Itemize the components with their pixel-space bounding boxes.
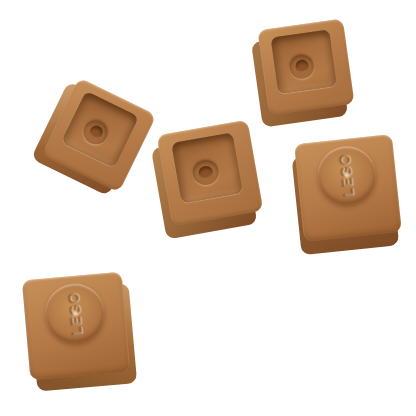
lego-plate-underside-3: [157, 120, 264, 227]
plate-center-tube: [80, 116, 113, 148]
lego-logo-embossed: LEGO: [336, 153, 356, 198]
lego-logo-embossed: LEGO: [65, 291, 85, 336]
lego-parts-product-photo: LEGO LEGO: [0, 0, 416, 416]
plate-top-face: LEGO: [294, 134, 402, 242]
plate-bottom-face: [257, 18, 354, 115]
plate-underside-recess: [171, 133, 243, 204]
lego-plate-stud-2: LEGO: [22, 272, 130, 380]
plate-stud: LEGO: [43, 281, 107, 345]
tube-hole: [197, 164, 213, 180]
plate-center-tube: [190, 158, 220, 188]
plate-underside-recess: [61, 91, 138, 168]
tube-hole: [87, 123, 105, 140]
plate-top-face: LEGO: [22, 272, 130, 380]
plate-underside-recess: [271, 30, 337, 94]
lego-plate-underside-2: [257, 18, 354, 115]
lego-plate-underside-1: [42, 78, 157, 193]
plate-center-tube: [288, 53, 316, 80]
plate-bottom-face: [157, 120, 264, 227]
lego-plate-stud-1: LEGO: [294, 134, 402, 242]
plate-bottom-face: [42, 78, 157, 193]
tube-hole: [294, 59, 309, 74]
plate-stud: LEGO: [315, 144, 379, 208]
